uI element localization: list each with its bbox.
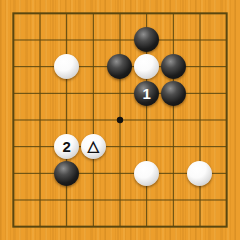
stone-move-number: 2 [62, 139, 70, 154]
triangle-mark-icon: △ [88, 138, 100, 153]
stone-white[interactable] [134, 54, 159, 79]
stone-white[interactable] [187, 161, 212, 186]
stones-layer: 12△ [0, 0, 240, 240]
stone-white[interactable] [54, 54, 79, 79]
stone-black[interactable] [107, 54, 132, 79]
stone-black[interactable] [54, 161, 79, 186]
stone-black[interactable] [161, 54, 186, 79]
stone-black-move-1[interactable]: 1 [134, 81, 159, 106]
stone-white[interactable] [134, 161, 159, 186]
stone-white-move-2[interactable]: 2 [54, 134, 79, 159]
go-board[interactable]: 12△ [0, 0, 240, 240]
stone-black[interactable] [134, 27, 159, 52]
go-app-screen: 12△ [0, 0, 240, 240]
stone-white-triangle-marked[interactable]: △ [81, 134, 106, 159]
stone-move-number: 1 [142, 85, 150, 100]
stone-black[interactable] [161, 81, 186, 106]
